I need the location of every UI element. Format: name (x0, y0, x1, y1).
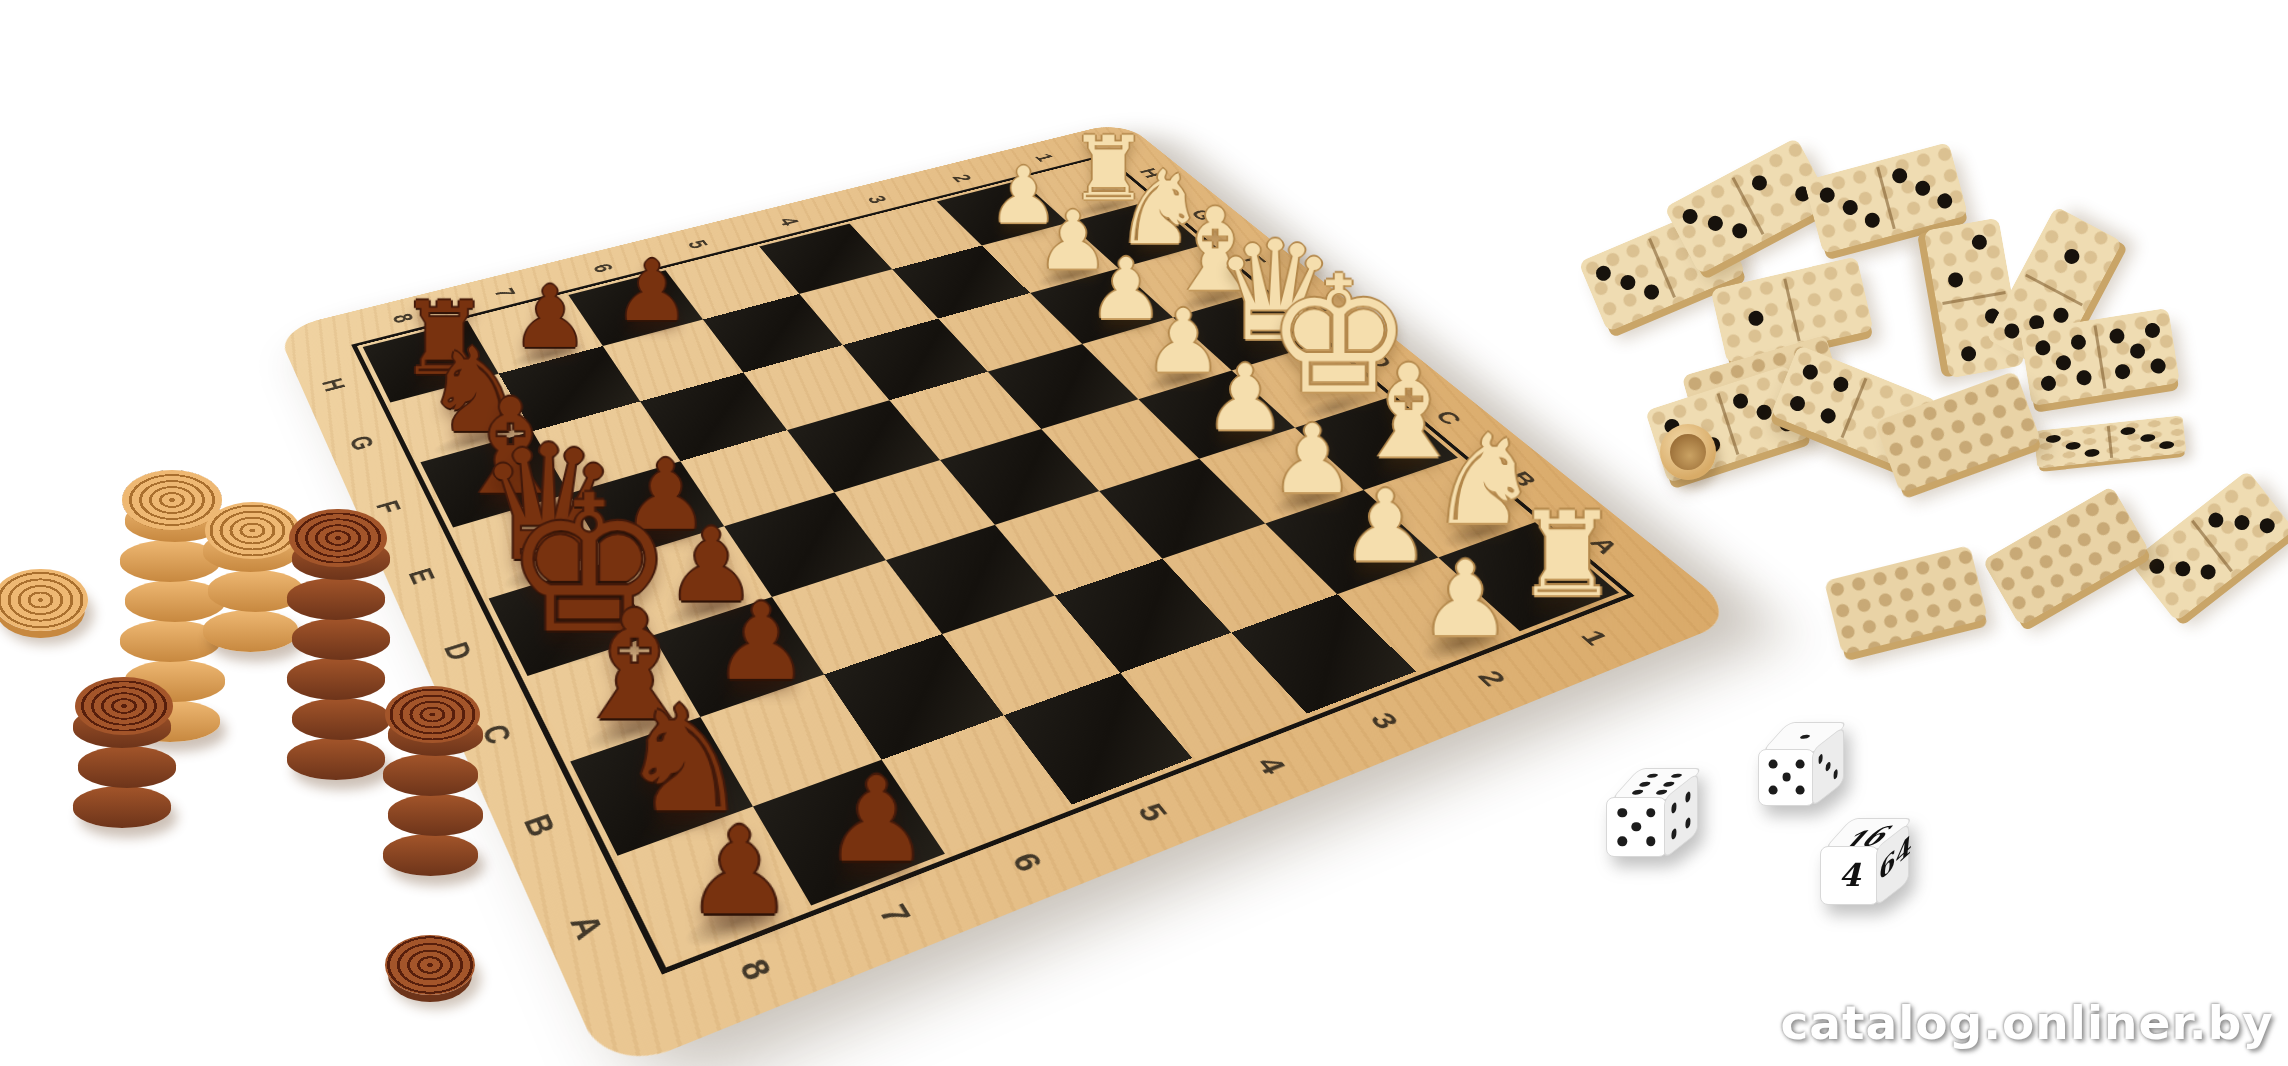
coordinate-label-B: B (515, 809, 564, 841)
die-pip (1795, 760, 1804, 769)
coordinate-label-3: 3 (1363, 708, 1407, 733)
dark-checker-disc[interactable] (292, 618, 390, 660)
die-pip (1637, 782, 1651, 787)
domino-pip (1947, 271, 1964, 288)
light-checker-disc[interactable] (203, 610, 298, 652)
die-front-face (1606, 797, 1667, 858)
domino-pip (2257, 515, 2278, 536)
coordinate-label-6: 6 (1004, 847, 1052, 876)
coordinate-label-D: D (436, 638, 480, 665)
domino-face-down[interactable] (1982, 486, 2150, 627)
light-checker-flat[interactable] (0, 569, 88, 632)
coordinate-label-A: A (561, 909, 613, 945)
domino-3-3[interactable] (2130, 470, 2288, 622)
die-pip (1769, 760, 1778, 769)
domino-pip (2075, 369, 2092, 386)
domino-pip (2114, 363, 2131, 380)
domino-pip (2172, 559, 2193, 580)
die-pip (1662, 782, 1676, 787)
chess-grid: ♜♟♟♟♜♞♟♞♝♟♝♛♟♟♛♚♟♟♚♝♟♟♝♞♟♞♟♟♟♜ (363, 159, 1619, 960)
coordinate-label-5: 5 (1129, 798, 1176, 826)
wooden-cup-hollow (1670, 434, 1706, 470)
die[interactable] (1758, 722, 1851, 815)
domino-pip (2108, 327, 2125, 344)
dark-checker-stack-top-face[interactable] (289, 509, 387, 568)
dark-checker-flat[interactable] (385, 935, 475, 994)
dark-checker-disc[interactable] (292, 698, 390, 740)
domino-pip (2198, 561, 2219, 582)
domino-pip (1705, 213, 1725, 233)
domino-pip (1618, 273, 1638, 293)
domino-divider (2107, 426, 2113, 458)
die[interactable] (1606, 768, 1705, 867)
coordinate-label-4: 4 (773, 215, 805, 228)
dark-checker-disc[interactable] (388, 794, 483, 836)
domino-pip (2159, 441, 2175, 450)
white-pawn-b2[interactable]: ♟ (1341, 482, 1430, 573)
dark-checker-disc[interactable] (287, 738, 385, 780)
coordinate-label-2: 2 (1471, 666, 1514, 690)
square-g3[interactable] (892, 246, 1030, 319)
coordinate-label-E: E (401, 564, 443, 587)
coordinate-label-8: 8 (731, 953, 782, 986)
coordinate-label-F: F (369, 497, 409, 517)
die-pip (1671, 828, 1676, 841)
domino-3-3[interactable] (2033, 415, 2186, 468)
domino-pip (1831, 375, 1851, 395)
domino-pip (2231, 512, 2252, 533)
dark-pawn-h6[interactable]: ♟ (614, 254, 689, 331)
doubling-cube-number: 4 (1821, 857, 1878, 893)
die-pip (1646, 808, 1655, 817)
doubling-cube[interactable]: 16464 (1820, 818, 1916, 914)
domino-pip (2146, 556, 2167, 577)
domino-pip (1593, 263, 1613, 283)
coordinate-label-G: G (342, 432, 381, 453)
domino-divider (1783, 279, 1800, 342)
coordinate-label-1: 1 (1574, 626, 1616, 649)
dark-checker-disc[interactable] (287, 658, 385, 700)
domino-pip (1890, 166, 1908, 184)
die-pip (1630, 790, 1644, 795)
domino-pip (1749, 173, 1769, 193)
domino-pip (2069, 333, 2086, 350)
dark-checker-stack-top-face[interactable] (385, 686, 480, 743)
die-pip (1769, 786, 1778, 795)
domino-3-2[interactable] (1664, 137, 1832, 275)
domino-pip (2034, 339, 2051, 356)
coordinate-label-7: 7 (871, 899, 920, 930)
coordinate-label-3: 3 (862, 193, 893, 205)
dark-checker-stack-top-face[interactable] (75, 677, 173, 736)
die-pip (1645, 773, 1659, 778)
domino-pip (2205, 510, 2226, 531)
domino-pip (1913, 179, 1931, 197)
die-front-face: 4 (1820, 846, 1879, 905)
die-pip (1632, 822, 1641, 831)
domino-pip (2054, 354, 2071, 371)
die-pip (1799, 735, 1812, 739)
coordinate-label-5: 5 (682, 238, 714, 251)
die-pip (1795, 786, 1804, 795)
domino-pip (1960, 345, 1977, 362)
die-pip (1826, 760, 1831, 773)
domino-divider (2025, 274, 2083, 307)
domino-pip (2084, 449, 2100, 458)
domino-pip (2001, 321, 2021, 341)
coordinate-label-2: 2 (947, 172, 978, 184)
wooden-cup[interactable] (1660, 424, 1716, 480)
chess-board-scene: ♜♟♟♟♜♞♟♞♝♟♝♛♟♟♛♚♟♟♚♝♟♟♝♞♟♞♟♟♟♜ 887766554… (276, 121, 1742, 1066)
domino-pip (1642, 282, 1662, 302)
domino-pip (2149, 358, 2166, 375)
product-photo-stage: ♜♟♟♟♜♞♟♞♝♟♝♛♟♟♛♚♟♟♚♝♟♟♝♞♟♞♟♟♟♜ 887766554… (0, 0, 2288, 1066)
chess-board: ♜♟♟♟♜♞♟♞♝♟♝♛♟♟♛♚♟♟♚♝♟♟♝♞♟♞♟♟♟♜ 887766554… (276, 121, 1742, 1066)
domino-pip (2065, 441, 2081, 450)
square-a4[interactable] (1120, 633, 1307, 758)
white-rook-a1[interactable]: ♜ (1515, 502, 1619, 609)
domino-pip (2143, 322, 2160, 339)
dark-checker-disc[interactable] (78, 746, 176, 788)
domino-divider (2094, 325, 2107, 389)
domino-pip (1680, 206, 1700, 226)
domino-pip (2139, 434, 2155, 443)
die-pip (1833, 768, 1838, 781)
die-front-face (1758, 749, 1815, 806)
domino-pip (2045, 434, 2061, 443)
die-pip (1818, 753, 1823, 766)
die-pip (1685, 816, 1690, 829)
domino-pip (2051, 305, 2071, 325)
die-pip (1654, 790, 1668, 795)
dark-checker-disc[interactable] (383, 834, 478, 876)
die-pip (1646, 836, 1655, 845)
domino-pip (2061, 247, 2081, 267)
domino-pip (2120, 426, 2136, 435)
domino-pip (1754, 403, 1773, 422)
die-pip (1671, 802, 1676, 815)
light-checker-stack-top-face[interactable] (205, 502, 300, 559)
domino-pip (1841, 199, 1859, 217)
domino-pip (1971, 233, 1988, 250)
domino-pip (2128, 343, 2145, 360)
domino-pip (1730, 221, 1750, 241)
coordinate-label-H: H (315, 375, 352, 394)
die-pip (1685, 791, 1690, 804)
domino-pip (1819, 406, 1839, 426)
die-pip (1618, 808, 1627, 817)
white-pawn-a2[interactable]: ♟ (1419, 553, 1512, 648)
domino-pip (1800, 362, 1820, 382)
dark-checker-disc[interactable] (287, 578, 385, 620)
domino-pip (2039, 375, 2056, 392)
domino-pip (1788, 394, 1808, 414)
domino-pip (1731, 391, 1750, 410)
domino-face-down[interactable] (1824, 545, 1988, 655)
dark-pawn-a7[interactable]: ♟ (824, 768, 929, 876)
watermark-text: catalog.onliner.by (1780, 995, 2274, 1050)
domino-pip (1863, 211, 1881, 229)
dark-checker-disc[interactable] (73, 786, 171, 828)
coordinate-label-4: 4 (1249, 752, 1294, 778)
domino-pip (1936, 192, 1954, 210)
domino-divider (1942, 291, 2005, 305)
die-pip (1782, 773, 1791, 782)
domino-pip (1746, 309, 1764, 327)
dark-pawn-a8[interactable]: ♟ (685, 818, 793, 929)
die-pip (1669, 773, 1683, 778)
dark-checker-disc[interactable] (383, 754, 478, 796)
die-pip (1618, 836, 1627, 845)
domino-pip (1818, 186, 1836, 204)
